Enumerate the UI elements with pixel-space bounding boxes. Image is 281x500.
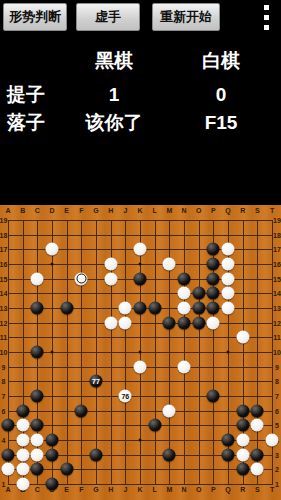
go-board[interactable]: AABBCCDDEEFFGGHHJJKKLLMMNNOOPPQQRRSSTT19… <box>0 205 281 500</box>
star-point <box>139 351 142 354</box>
grid-line <box>184 220 185 485</box>
col-label-top: F <box>79 207 83 214</box>
row-label-right: 1 <box>275 481 279 488</box>
row-label-right: 3 <box>275 451 279 458</box>
black-stone-E13 <box>60 302 73 315</box>
col-label-top: K <box>137 207 142 214</box>
white-stone-Q13 <box>222 302 235 315</box>
row-label-left: 4 <box>2 437 6 444</box>
row-label-left: 19 <box>0 217 7 224</box>
black-stone-C5 <box>31 419 44 432</box>
black-stone-R5 <box>236 419 249 432</box>
row-label-left: 9 <box>2 363 6 370</box>
black-stone-O13 <box>192 302 205 315</box>
col-label-top: D <box>49 207 54 214</box>
col-label-bottom: K <box>137 486 142 493</box>
white-stone-F15 <box>75 272 88 285</box>
row-label-left: 11 <box>0 334 7 341</box>
col-label-top: A <box>5 207 10 214</box>
white-stone-R11 <box>236 331 249 344</box>
col-label-bottom: F <box>79 486 83 493</box>
move-number: 77 <box>92 378 100 385</box>
white-stone-B4 <box>16 434 29 447</box>
white-stone-P12 <box>207 316 220 329</box>
row-label-right: 17 <box>273 246 281 253</box>
white-stone-C4 <box>31 434 44 447</box>
col-label-top: E <box>64 207 69 214</box>
black-stone-C7 <box>31 390 44 403</box>
black-stone-C2 <box>31 463 44 476</box>
black-stone-D3 <box>46 448 59 461</box>
col-label-top: P <box>211 207 216 214</box>
star-point <box>139 263 142 266</box>
grid-line <box>199 220 200 485</box>
row-label-left: 14 <box>0 290 7 297</box>
overflow-menu-icon[interactable] <box>264 5 269 30</box>
black-stone-M3 <box>163 448 176 461</box>
black-stone-P15 <box>207 272 220 285</box>
black-stone-R6 <box>236 404 249 417</box>
col-label-bottom: J <box>123 486 127 493</box>
white-stone-B5 <box>16 419 29 432</box>
white-stone-C3 <box>31 448 44 461</box>
black-stone-P17 <box>207 243 220 256</box>
black-stone-A3 <box>2 448 15 461</box>
white-stone-J7: 76 <box>119 390 132 403</box>
row-label-right: 10 <box>273 349 281 356</box>
restart-button[interactable]: 重新开始 <box>152 3 220 31</box>
col-label-bottom: A <box>5 486 10 493</box>
row-label-left: 7 <box>2 393 6 400</box>
white-stone-C15 <box>31 272 44 285</box>
col-label-bottom: E <box>64 486 69 493</box>
black-stone-N15 <box>178 272 191 285</box>
black-header: 黑棋 <box>62 48 166 74</box>
row-label-right: 2 <box>275 466 279 473</box>
black-stone-K13 <box>134 302 147 315</box>
header-spacer <box>0 48 62 74</box>
white-stone-K9 <box>134 360 147 373</box>
col-label-top: B <box>20 207 25 214</box>
row-label-left: 13 <box>0 305 7 312</box>
white-stone-T4 <box>266 434 279 447</box>
col-label-top: N <box>182 207 187 214</box>
row-label-left: 8 <box>2 378 6 385</box>
col-label-bottom: H <box>108 486 113 493</box>
black-stone-P13 <box>207 302 220 315</box>
black-stone-P16 <box>207 258 220 271</box>
white-stone-A2 <box>2 463 15 476</box>
col-label-top: G <box>93 207 98 214</box>
black-stone-D4 <box>46 434 59 447</box>
star-point <box>51 351 54 354</box>
black-stone-P14 <box>207 287 220 300</box>
last-move-label: 落子 <box>0 110 62 136</box>
black-stone-C13 <box>31 302 44 315</box>
grid-line <box>8 396 273 397</box>
black-stone-O14 <box>192 287 205 300</box>
black-stone-B6 <box>16 404 29 417</box>
black-stone-R2 <box>236 463 249 476</box>
col-label-top: R <box>240 207 245 214</box>
black-stone-F6 <box>75 404 88 417</box>
black-stone-M12 <box>163 316 176 329</box>
row-label-left: 6 <box>2 407 6 414</box>
white-stone-N13 <box>178 302 191 315</box>
status-panel: 黑棋 白棋 提子 1 0 落子 该你了 F15 <box>0 40 281 140</box>
black-stone-O12 <box>192 316 205 329</box>
black-stone-S3 <box>251 448 264 461</box>
row-label-right: 12 <box>273 319 281 326</box>
toolbar: 形势判断 虚手 重新开始 <box>0 0 281 35</box>
grid-line <box>8 469 273 470</box>
white-stone-Q17 <box>222 243 235 256</box>
grid-line <box>8 411 273 412</box>
col-label-bottom: T <box>270 486 274 493</box>
white-stone-Q16 <box>222 258 235 271</box>
black-stone-D1 <box>46 478 59 491</box>
row-label-left: 15 <box>0 275 7 282</box>
judge-position-button[interactable]: 形势判断 <box>3 3 67 31</box>
white-last-move-value: F15 <box>166 110 276 136</box>
white-stone-Q15 <box>222 272 235 285</box>
black-captures-value: 1 <box>62 82 166 108</box>
white-stone-Q14 <box>222 287 235 300</box>
row-label-left: 16 <box>0 261 7 268</box>
black-stone-G3 <box>90 448 103 461</box>
white-stone-M6 <box>163 404 176 417</box>
black-stone-G8: 77 <box>90 375 103 388</box>
go-app: 形势判断 虚手 重新开始 黑棋 白棋 提子 1 0 落子 该你了 F15 AAB… <box>0 0 281 500</box>
white-stone-K17 <box>134 243 147 256</box>
black-turn-status: 该你了 <box>62 110 166 136</box>
captures-label: 提子 <box>0 82 62 108</box>
col-label-top: T <box>270 207 274 214</box>
col-label-top: C <box>35 207 40 214</box>
row-label-right: 7 <box>275 393 279 400</box>
grid-line <box>155 220 156 485</box>
row-label-left: 18 <box>0 231 7 238</box>
black-stone-L13 <box>148 302 161 315</box>
white-stone-B1 <box>16 478 29 491</box>
row-label-left: 1 <box>2 481 6 488</box>
white-stone-J13 <box>119 302 132 315</box>
col-label-top: O <box>196 207 201 214</box>
col-label-bottom: C <box>35 486 40 493</box>
white-stone-J12 <box>119 316 132 329</box>
row-label-left: 12 <box>0 319 7 326</box>
white-stone-N9 <box>178 360 191 373</box>
white-stone-B3 <box>16 448 29 461</box>
white-stone-H12 <box>104 316 117 329</box>
col-label-top: M <box>166 207 172 214</box>
white-stone-M16 <box>163 258 176 271</box>
black-stone-E2 <box>60 463 73 476</box>
last-move-marker <box>76 274 86 284</box>
row-label-left: 17 <box>0 246 7 253</box>
black-stone-N12 <box>178 316 191 329</box>
white-stone-H15 <box>104 272 117 285</box>
star-point <box>51 263 54 266</box>
white-stone-D17 <box>46 243 59 256</box>
col-label-bottom: R <box>240 486 245 493</box>
grid-line <box>257 220 258 485</box>
white-captures-value: 0 <box>166 82 276 108</box>
col-label-bottom: P <box>211 486 216 493</box>
col-label-bottom: S <box>255 486 260 493</box>
row-label-right: 9 <box>275 363 279 370</box>
col-label-top: Q <box>225 207 230 214</box>
black-stone-Q3 <box>222 448 235 461</box>
row-label-right: 19 <box>273 217 281 224</box>
pass-button[interactable]: 虚手 <box>76 3 140 31</box>
star-point <box>227 351 230 354</box>
black-stone-C10 <box>31 346 44 359</box>
white-stone-S2 <box>251 463 264 476</box>
row-label-right: 13 <box>273 305 281 312</box>
col-label-bottom: O <box>196 486 201 493</box>
col-label-top: H <box>108 207 113 214</box>
black-stone-K15 <box>134 272 147 285</box>
white-stone-S5 <box>251 419 264 432</box>
row-label-left: 10 <box>0 349 7 356</box>
white-stone-R4 <box>236 434 249 447</box>
row-label-right: 18 <box>273 231 281 238</box>
black-stone-L5 <box>148 419 161 432</box>
row-label-right: 8 <box>275 378 279 385</box>
grid-line <box>8 381 273 382</box>
star-point <box>139 439 142 442</box>
row-label-right: 6 <box>275 407 279 414</box>
black-stone-P7 <box>207 390 220 403</box>
row-label-right: 15 <box>273 275 281 282</box>
col-label-top: L <box>153 207 157 214</box>
row-label-right: 5 <box>275 422 279 429</box>
col-label-bottom: N <box>182 486 187 493</box>
col-label-bottom: G <box>93 486 98 493</box>
white-header: 白棋 <box>166 48 276 74</box>
row-label-right: 16 <box>273 261 281 268</box>
white-stone-H16 <box>104 258 117 271</box>
grid-line <box>8 425 273 426</box>
black-stone-A5 <box>2 419 15 432</box>
row-label-right: 14 <box>273 290 281 297</box>
col-label-bottom: L <box>153 486 157 493</box>
white-stone-N14 <box>178 287 191 300</box>
white-stone-B2 <box>16 463 29 476</box>
col-label-bottom: M <box>166 486 172 493</box>
col-label-top: J <box>123 207 127 214</box>
col-label-top: S <box>255 207 260 214</box>
col-label-bottom: Q <box>225 486 230 493</box>
black-stone-S6 <box>251 404 264 417</box>
white-stone-R3 <box>236 448 249 461</box>
row-label-right: 11 <box>273 334 280 341</box>
move-number: 76 <box>121 393 129 400</box>
black-stone-Q4 <box>222 434 235 447</box>
